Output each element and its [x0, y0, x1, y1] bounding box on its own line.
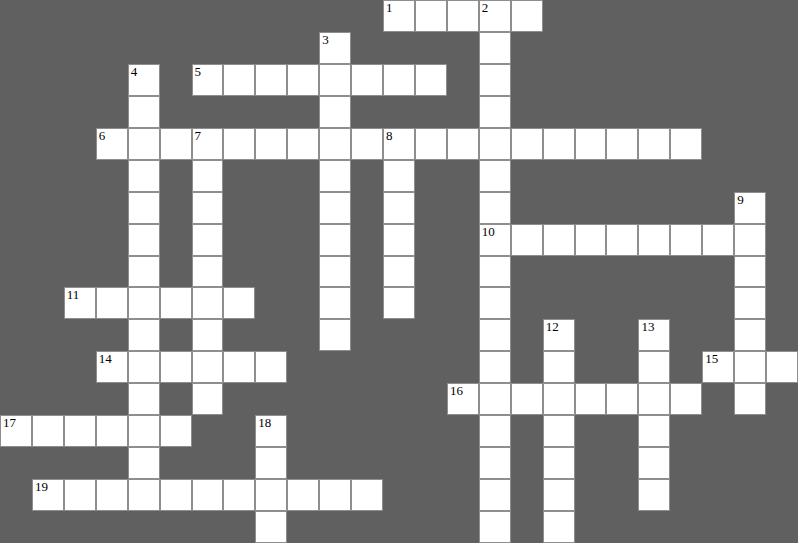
cell-r8-c12[interactable] — [383, 256, 415, 288]
cell-r11-c7[interactable] — [223, 351, 255, 383]
cell-r6-c12[interactable] — [383, 192, 415, 224]
cell-r15-c6[interactable] — [192, 479, 224, 511]
cell-r8-c4[interactable] — [128, 256, 160, 288]
cell-r4-c5[interactable] — [160, 128, 192, 160]
cell-r3-c15[interactable] — [479, 96, 511, 128]
cell-r15-c15[interactable] — [479, 479, 511, 511]
clue-number-4: 4 — [131, 65, 138, 79]
clue-number-14: 14 — [99, 352, 112, 366]
clue-number-15: 15 — [705, 352, 718, 366]
cell-r14-c17[interactable] — [543, 447, 575, 479]
cell-r4-c11[interactable] — [351, 128, 383, 160]
cell-r7-c6[interactable] — [192, 224, 224, 256]
cell-r6-c15[interactable] — [479, 192, 511, 224]
cell-r15-c20[interactable] — [638, 479, 670, 511]
cell-r9-c5[interactable] — [160, 287, 192, 319]
cell-r13-c17[interactable] — [543, 415, 575, 447]
cell-r4-c7[interactable] — [223, 128, 255, 160]
clue-number-19: 19 — [35, 480, 48, 494]
cell-r15-c4[interactable] — [128, 479, 160, 511]
cell-r4-c17[interactable] — [543, 128, 575, 160]
cell-r8-c23[interactable] — [734, 256, 766, 288]
cell-r13-c0[interactable]: 17 — [0, 415, 32, 447]
cell-r13-c4[interactable] — [128, 415, 160, 447]
cell-r16-c15[interactable] — [479, 511, 511, 543]
cell-r15-c3[interactable] — [96, 479, 128, 511]
cell-r12-c4[interactable] — [128, 383, 160, 415]
cell-r4-c6[interactable]: 7 — [192, 128, 224, 160]
cell-r7-c4[interactable] — [128, 224, 160, 256]
clue-number-5: 5 — [195, 65, 202, 79]
cell-r0-c14[interactable] — [447, 0, 479, 32]
cell-r16-c17[interactable] — [543, 511, 575, 543]
cell-r12-c19[interactable] — [606, 383, 638, 415]
cell-r15-c2[interactable] — [64, 479, 96, 511]
clue-number-17: 17 — [3, 416, 16, 430]
cell-r4-c21[interactable] — [670, 128, 702, 160]
cell-r7-c18[interactable] — [575, 224, 607, 256]
cell-r11-c23[interactable] — [734, 351, 766, 383]
cell-r14-c8[interactable] — [255, 447, 287, 479]
cell-r7-c20[interactable] — [638, 224, 670, 256]
cell-r2-c12[interactable] — [383, 64, 415, 96]
cell-r9-c23[interactable] — [734, 287, 766, 319]
cell-r16-c8[interactable] — [255, 511, 287, 543]
cell-r4-c13[interactable] — [415, 128, 447, 160]
cell-r15-c10[interactable] — [319, 479, 351, 511]
clue-number-7: 7 — [195, 129, 202, 143]
cell-r15-c11[interactable] — [351, 479, 383, 511]
cell-r11-c15[interactable] — [479, 351, 511, 383]
cell-r10-c10[interactable] — [319, 319, 351, 351]
cell-r4-c15[interactable] — [479, 128, 511, 160]
cell-r2-c13[interactable] — [415, 64, 447, 96]
cell-r10-c4[interactable] — [128, 319, 160, 351]
cell-r4-c16[interactable] — [511, 128, 543, 160]
cell-r6-c23[interactable]: 9 — [734, 192, 766, 224]
cell-r8-c10[interactable] — [319, 256, 351, 288]
cell-r13-c15[interactable] — [479, 415, 511, 447]
cell-r3-c10[interactable] — [319, 96, 351, 128]
cell-r4-c12[interactable]: 8 — [383, 128, 415, 160]
clue-number-6: 6 — [99, 129, 106, 143]
clue-number-13: 13 — [641, 320, 654, 334]
clue-number-9: 9 — [737, 193, 744, 207]
cell-r2-c7[interactable] — [223, 64, 255, 96]
crossword-grid: 12345678910111213141516171819 — [0, 0, 798, 543]
cell-r2-c8[interactable] — [255, 64, 287, 96]
cell-r11-c5[interactable] — [160, 351, 192, 383]
cell-r13-c20[interactable] — [638, 415, 670, 447]
cell-r0-c16[interactable] — [511, 0, 543, 32]
cell-r11-c20[interactable] — [638, 351, 670, 383]
cell-r4-c3[interactable]: 6 — [96, 128, 128, 160]
cell-r12-c15[interactable] — [479, 383, 511, 415]
cell-r9-c15[interactable] — [479, 287, 511, 319]
cell-r9-c6[interactable] — [192, 287, 224, 319]
cell-r11-c8[interactable] — [255, 351, 287, 383]
clue-number-16: 16 — [450, 384, 463, 398]
cell-r5-c12[interactable] — [383, 160, 415, 192]
cell-r9-c4[interactable] — [128, 287, 160, 319]
cell-r8-c15[interactable] — [479, 256, 511, 288]
cell-r4-c14[interactable] — [447, 128, 479, 160]
clue-number-8: 8 — [386, 129, 393, 143]
clue-number-12: 12 — [546, 320, 559, 334]
cell-r5-c6[interactable] — [192, 160, 224, 192]
cell-r2-c11[interactable] — [351, 64, 383, 96]
cell-r1-c10[interactable]: 3 — [319, 32, 351, 64]
cell-r4-c4[interactable] — [128, 128, 160, 160]
cell-r11-c4[interactable] — [128, 351, 160, 383]
cell-r4-c8[interactable] — [255, 128, 287, 160]
cell-r15-c7[interactable] — [223, 479, 255, 511]
cell-r2-c6[interactable]: 5 — [192, 64, 224, 96]
cell-r7-c12[interactable] — [383, 224, 415, 256]
clue-number-11: 11 — [67, 288, 80, 302]
cell-r3-c4[interactable] — [128, 96, 160, 128]
cell-r7-c10[interactable] — [319, 224, 351, 256]
cell-r8-c6[interactable] — [192, 256, 224, 288]
cell-r10-c6[interactable] — [192, 319, 224, 351]
cell-r1-c15[interactable] — [479, 32, 511, 64]
cell-r6-c10[interactable] — [319, 192, 351, 224]
clue-number-10: 10 — [482, 225, 495, 239]
cell-r15-c17[interactable] — [543, 479, 575, 511]
cell-r7-c21[interactable] — [670, 224, 702, 256]
cell-r11-c22[interactable]: 15 — [702, 351, 734, 383]
cell-r2-c10[interactable] — [319, 64, 351, 96]
cell-r4-c18[interactable] — [575, 128, 607, 160]
cell-r15-c8[interactable] — [255, 479, 287, 511]
cell-r6-c6[interactable] — [192, 192, 224, 224]
cell-r10-c20[interactable]: 13 — [638, 319, 670, 351]
cell-r15-c1[interactable]: 19 — [32, 479, 64, 511]
cell-r10-c17[interactable]: 12 — [543, 319, 575, 351]
cell-r0-c12[interactable]: 1 — [383, 0, 415, 32]
cell-r9-c3[interactable] — [96, 287, 128, 319]
cell-r7-c22[interactable] — [702, 224, 734, 256]
cell-r4-c9[interactable] — [287, 128, 319, 160]
cell-r14-c20[interactable] — [638, 447, 670, 479]
cell-r9-c7[interactable] — [223, 287, 255, 319]
cell-r12-c18[interactable] — [575, 383, 607, 415]
cell-r5-c10[interactable] — [319, 160, 351, 192]
clue-number-2: 2 — [482, 1, 489, 15]
cell-r10-c23[interactable] — [734, 319, 766, 351]
cell-r0-c13[interactable] — [415, 0, 447, 32]
cell-r14-c4[interactable] — [128, 447, 160, 479]
cell-r9-c12[interactable] — [383, 287, 415, 319]
cell-r11-c6[interactable] — [192, 351, 224, 383]
cell-r9-c2[interactable]: 11 — [64, 287, 96, 319]
cell-r10-c15[interactable] — [479, 319, 511, 351]
cell-r12-c20[interactable] — [638, 383, 670, 415]
clue-number-1: 1 — [386, 1, 393, 15]
cell-r12-c21[interactable] — [670, 383, 702, 415]
cell-r7-c16[interactable] — [511, 224, 543, 256]
cell-r7-c17[interactable] — [543, 224, 575, 256]
cell-r13-c3[interactable] — [96, 415, 128, 447]
cell-r2-c15[interactable] — [479, 64, 511, 96]
cell-r12-c23[interactable] — [734, 383, 766, 415]
cell-r11-c24[interactable] — [766, 351, 798, 383]
cell-r2-c9[interactable] — [287, 64, 319, 96]
cell-r7-c19[interactable] — [606, 224, 638, 256]
cell-r15-c9[interactable] — [287, 479, 319, 511]
cell-r2-c4[interactable]: 4 — [128, 64, 160, 96]
cell-r11-c3[interactable]: 14 — [96, 351, 128, 383]
cell-r5-c4[interactable] — [128, 160, 160, 192]
cell-r4-c10[interactable] — [319, 128, 351, 160]
cell-r13-c2[interactable] — [64, 415, 96, 447]
clue-number-18: 18 — [258, 416, 271, 430]
cell-r5-c15[interactable] — [479, 160, 511, 192]
cell-r0-c15[interactable]: 2 — [479, 0, 511, 32]
cell-r6-c4[interactable] — [128, 192, 160, 224]
cell-r14-c15[interactable] — [479, 447, 511, 479]
cell-r9-c10[interactable] — [319, 287, 351, 319]
cell-r13-c1[interactable] — [32, 415, 64, 447]
cell-r12-c14[interactable]: 16 — [447, 383, 479, 415]
cell-r4-c20[interactable] — [638, 128, 670, 160]
cell-r12-c6[interactable] — [192, 383, 224, 415]
cell-r13-c5[interactable] — [160, 415, 192, 447]
cell-r7-c23[interactable] — [734, 224, 766, 256]
cell-r13-c8[interactable]: 18 — [255, 415, 287, 447]
cell-r7-c15[interactable]: 10 — [479, 224, 511, 256]
cell-r15-c5[interactable] — [160, 479, 192, 511]
cell-r12-c16[interactable] — [511, 383, 543, 415]
cell-r4-c19[interactable] — [606, 128, 638, 160]
clue-number-3: 3 — [322, 33, 329, 47]
cell-r11-c17[interactable] — [543, 351, 575, 383]
cell-r12-c17[interactable] — [543, 383, 575, 415]
